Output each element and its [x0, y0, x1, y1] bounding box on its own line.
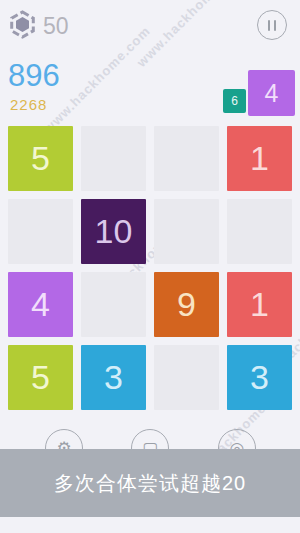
- watermark: www.hackhome.com: [134, 0, 247, 70]
- hint-text: 多次合体尝试超越20: [54, 470, 246, 497]
- preview-tile-current: 4: [248, 70, 295, 116]
- tile-4-r3c1[interactable]: 4: [8, 272, 73, 337]
- empty-cell-r3c2[interactable]: [81, 272, 146, 337]
- tile-5-r1c1[interactable]: 5: [8, 126, 73, 191]
- tile-9-r3c3[interactable]: 9: [154, 272, 219, 337]
- empty-cell-r2c4[interactable]: [227, 199, 292, 264]
- tile-3-r4c4[interactable]: 3: [227, 345, 292, 410]
- game-board[interactable]: 5110491533: [8, 126, 292, 410]
- pause-button[interactable]: [257, 10, 287, 40]
- empty-cell-r1c2[interactable]: [81, 126, 146, 191]
- empty-cell-r1c3[interactable]: [154, 126, 219, 191]
- score-best: 2268: [10, 96, 47, 113]
- empty-cell-r4c3[interactable]: [154, 345, 219, 410]
- tile-1-r3c4[interactable]: 1: [227, 272, 292, 337]
- tile-10-r2c2[interactable]: 10: [81, 199, 146, 264]
- tile-3-r4c2[interactable]: 3: [81, 345, 146, 410]
- gem-count: 50: [43, 13, 69, 40]
- empty-cell-r2c1[interactable]: [8, 199, 73, 264]
- pause-icon: [268, 20, 276, 31]
- score-current: 896: [8, 58, 60, 94]
- tile-5-r4c1[interactable]: 5: [8, 345, 73, 410]
- empty-cell-r2c3[interactable]: [154, 199, 219, 264]
- hint-banner: 多次合体尝试超越20: [0, 449, 300, 517]
- tile-1-r1c4[interactable]: 1: [227, 126, 292, 191]
- preview-tile-upcoming: 6: [223, 89, 246, 113]
- gem-counter[interactable]: 50: [8, 10, 69, 43]
- gem-icon: [8, 10, 37, 43]
- game-screen: www.hackhome.com www.hackhome.com www.ha…: [0, 0, 300, 533]
